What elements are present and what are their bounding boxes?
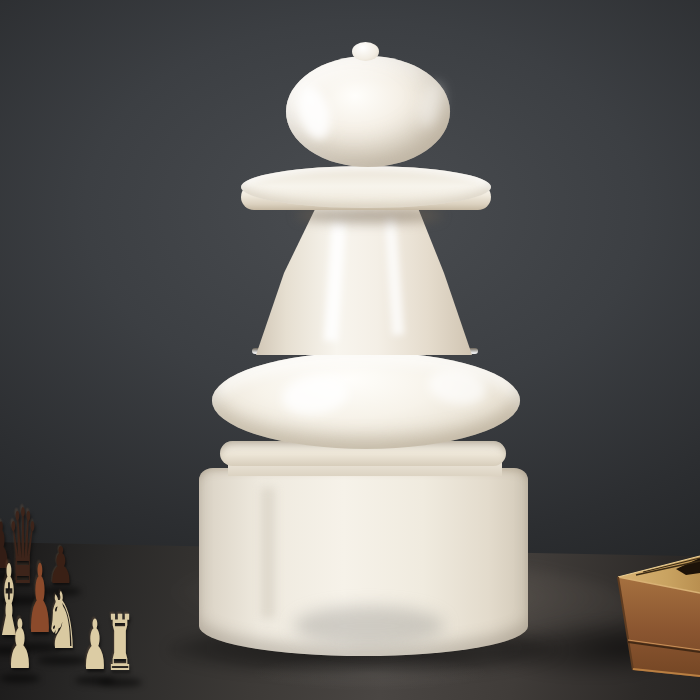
scene: ♟♛♟♝♟♞♟♟♜ — [0, 0, 700, 700]
pawn-bulge-specular-left — [280, 372, 351, 419]
pawn-base-smudge — [294, 606, 444, 646]
pawn-collar-shadow — [296, 208, 442, 223]
small-piece-light-rook: ♜ — [104, 606, 137, 683]
pawn-finial — [352, 42, 379, 61]
pawn-base-streak — [261, 488, 275, 618]
pawn-base-reflection — [250, 655, 490, 691]
small-piece-light-pawn: ♟ — [5, 611, 35, 679]
small-piece-light-knight: ♞ — [43, 582, 81, 661]
pawn-neck-specular-right — [384, 217, 404, 336]
pawn-neck-specular-left — [324, 221, 346, 342]
pawn-bulge-specular-right — [425, 365, 488, 409]
pawn-collar-top — [241, 166, 491, 208]
giant-white-pawn — [0, 0, 700, 700]
pawn-base — [199, 468, 528, 656]
pawn-bulge — [212, 352, 520, 449]
pawn-neck — [250, 203, 478, 355]
